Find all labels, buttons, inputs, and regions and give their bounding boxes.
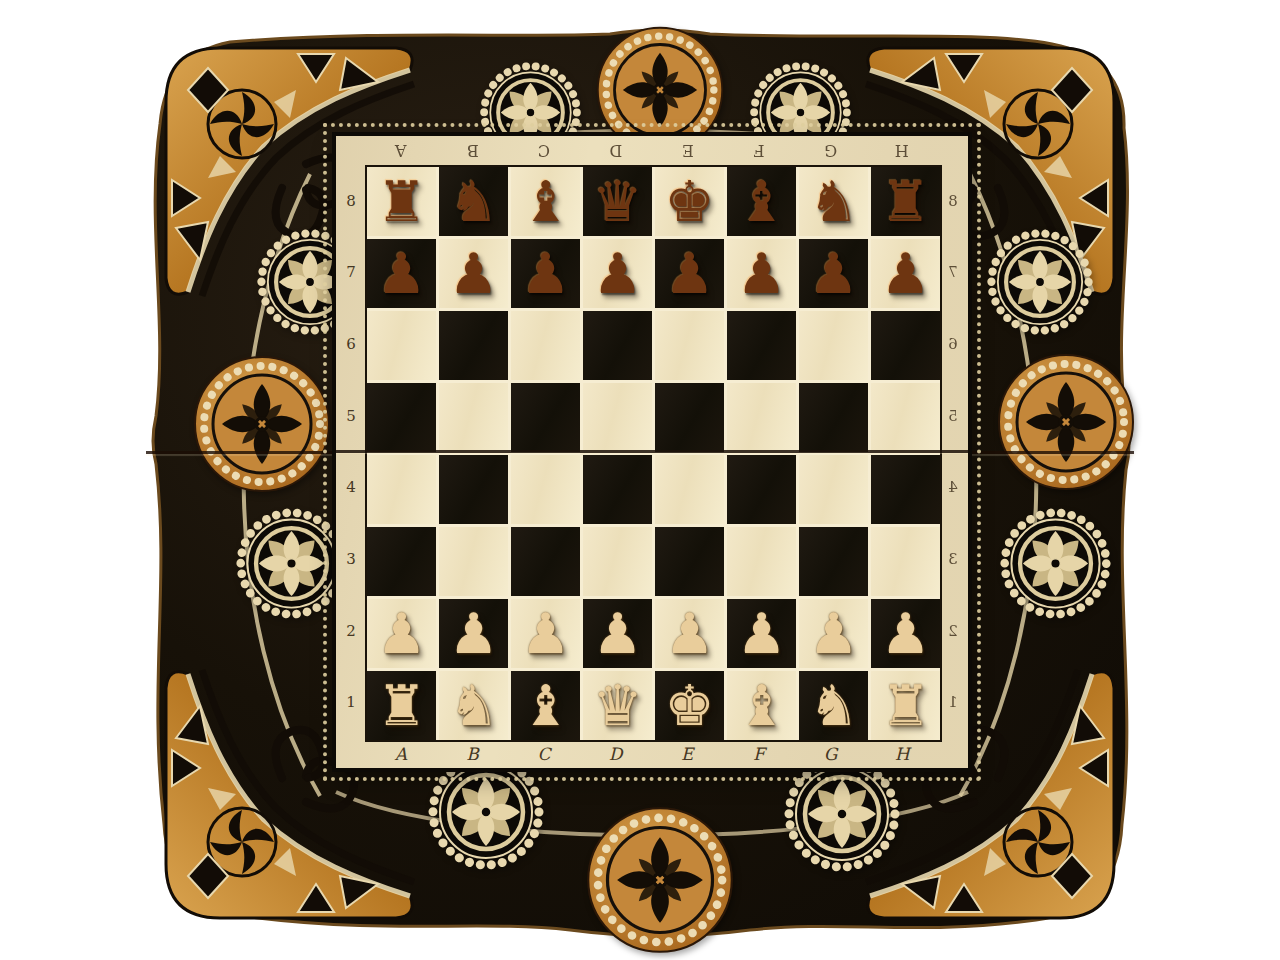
square-e2[interactable]: ♟: [655, 599, 724, 668]
carved-rosette-icon: [998, 506, 1113, 621]
square-h3[interactable]: [871, 527, 940, 596]
square-b8[interactable]: ♞: [439, 167, 508, 236]
square-b2[interactable]: ♟: [439, 599, 508, 668]
piece-black-rook[interactable]: ♜: [880, 174, 930, 230]
piece-white-pawn[interactable]: ♟: [880, 606, 930, 662]
carved-medallion-icon: [192, 354, 332, 494]
coordinate-label: 1: [941, 666, 965, 738]
square-a3[interactable]: [367, 527, 436, 596]
product-photo: ABCDEFGH ABCDEFGH 87654321 87654321 ♜♞♝♛…: [0, 0, 1280, 960]
square-d8[interactable]: ♛: [583, 167, 652, 236]
piece-black-king[interactable]: ♚: [664, 174, 714, 230]
square-h6[interactable]: [871, 311, 940, 380]
coordinate-label: E: [652, 138, 724, 163]
square-g8[interactable]: ♞: [799, 167, 868, 236]
piece-white-rook[interactable]: ♜: [880, 678, 930, 734]
square-h2[interactable]: ♟: [871, 599, 940, 668]
board-frame: ABCDEFGH ABCDEFGH 87654321 87654321 ♜♞♝♛…: [336, 136, 968, 768]
square-f4[interactable]: [727, 455, 796, 524]
square-e5[interactable]: [655, 383, 724, 452]
carved-rosette-icon: [782, 754, 902, 874]
carved-rosette-icon: [234, 506, 349, 621]
square-a8[interactable]: ♜: [367, 167, 436, 236]
square-d4[interactable]: [583, 455, 652, 524]
square-g3[interactable]: [799, 527, 868, 596]
square-e8[interactable]: ♚: [655, 167, 724, 236]
coordinate-label: 3: [339, 523, 363, 595]
coordinate-label: D: [580, 138, 652, 163]
coordinate-label: F: [723, 741, 795, 766]
piece-black-pawn[interactable]: ♟: [736, 246, 786, 302]
piece-black-bishop[interactable]: ♝: [736, 174, 786, 230]
piece-black-pawn[interactable]: ♟: [592, 246, 642, 302]
file-labels-top: ABCDEFGH: [365, 138, 938, 163]
square-c3[interactable]: [511, 527, 580, 596]
piece-black-pawn[interactable]: ♟: [880, 246, 930, 302]
carved-medallion-icon: [996, 352, 1136, 492]
square-f1[interactable]: ♝: [727, 671, 796, 740]
carved-rosette-icon: [426, 752, 546, 872]
coordinate-label: 2: [941, 595, 965, 667]
coordinate-label: 6: [941, 308, 965, 380]
coordinate-label: H: [866, 741, 938, 766]
square-d1[interactable]: ♛: [583, 671, 652, 740]
coordinate-label: 4: [941, 452, 965, 524]
square-b4[interactable]: [439, 455, 508, 524]
square-g1[interactable]: ♞: [799, 671, 868, 740]
square-e7[interactable]: ♟: [655, 239, 724, 308]
piece-black-pawn[interactable]: ♟: [664, 246, 714, 302]
piece-black-pawn[interactable]: ♟: [808, 246, 858, 302]
piece-white-pawn[interactable]: ♟: [376, 606, 426, 662]
coordinate-label: 6: [339, 308, 363, 380]
square-d2[interactable]: ♟: [583, 599, 652, 668]
square-h4[interactable]: [871, 455, 940, 524]
square-b6[interactable]: [439, 311, 508, 380]
coordinate-label: 5: [941, 380, 965, 452]
coordinate-label: H: [866, 138, 938, 163]
piece-white-bishop[interactable]: ♝: [736, 678, 786, 734]
square-c5[interactable]: [511, 383, 580, 452]
square-f5[interactable]: [727, 383, 796, 452]
piece-white-pawn[interactable]: ♟: [448, 606, 498, 662]
square-a6[interactable]: [367, 311, 436, 380]
square-b1[interactable]: ♞: [439, 671, 508, 740]
square-h1[interactable]: ♜: [871, 671, 940, 740]
coordinate-label: C: [508, 741, 580, 766]
coordinate-label: 1: [339, 666, 363, 738]
square-g4[interactable]: [799, 455, 868, 524]
square-h5[interactable]: [871, 383, 940, 452]
square-d6[interactable]: [583, 311, 652, 380]
square-e6[interactable]: [655, 311, 724, 380]
square-e4[interactable]: [655, 455, 724, 524]
coordinate-label: 8: [941, 165, 965, 237]
coordinate-label: G: [795, 138, 867, 163]
piece-white-pawn[interactable]: ♟: [520, 606, 570, 662]
square-f8[interactable]: ♝: [727, 167, 796, 236]
coordinate-label: E: [652, 741, 724, 766]
square-c6[interactable]: [511, 311, 580, 380]
fold-seam: [336, 450, 968, 453]
carved-medallion-icon: [585, 805, 735, 955]
square-f2[interactable]: ♟: [727, 599, 796, 668]
square-a7[interactable]: ♟: [367, 239, 436, 308]
square-d3[interactable]: [583, 527, 652, 596]
square-d5[interactable]: [583, 383, 652, 452]
piece-white-queen[interactable]: ♛: [592, 678, 642, 734]
square-a1[interactable]: ♜: [367, 671, 436, 740]
coordinate-label: 4: [339, 452, 363, 524]
piece-black-rook[interactable]: ♜: [376, 174, 426, 230]
square-c8[interactable]: ♝: [511, 167, 580, 236]
coordinate-label: 3: [941, 523, 965, 595]
coordinate-label: B: [437, 138, 509, 163]
square-d7[interactable]: ♟: [583, 239, 652, 308]
square-c2[interactable]: ♟: [511, 599, 580, 668]
coordinate-label: 7: [941, 237, 965, 309]
square-c1[interactable]: ♝: [511, 671, 580, 740]
square-a5[interactable]: [367, 383, 436, 452]
piece-white-pawn[interactable]: ♟: [736, 606, 786, 662]
square-b7[interactable]: ♟: [439, 239, 508, 308]
square-f3[interactable]: [727, 527, 796, 596]
piece-black-pawn[interactable]: ♟: [448, 246, 498, 302]
coordinate-label: G: [795, 741, 867, 766]
square-b5[interactable]: [439, 383, 508, 452]
square-c4[interactable]: [511, 455, 580, 524]
square-e3[interactable]: [655, 527, 724, 596]
piece-black-queen[interactable]: ♛: [592, 174, 642, 230]
square-h8[interactable]: ♜: [871, 167, 940, 236]
carved-rosette-icon: [985, 227, 1095, 337]
piece-black-bishop[interactable]: ♝: [520, 174, 570, 230]
square-g2[interactable]: ♟: [799, 599, 868, 668]
piece-white-bishop[interactable]: ♝: [520, 678, 570, 734]
square-c7[interactable]: ♟: [511, 239, 580, 308]
piece-white-knight[interactable]: ♞: [808, 678, 858, 734]
square-a2[interactable]: ♟: [367, 599, 436, 668]
chess-board[interactable]: ABCDEFGH ABCDEFGH 87654321 87654321 ♜♞♝♛…: [336, 136, 968, 768]
piece-white-knight[interactable]: ♞: [448, 678, 498, 734]
piece-white-pawn[interactable]: ♟: [808, 606, 858, 662]
square-b3[interactable]: [439, 527, 508, 596]
piece-white-pawn[interactable]: ♟: [592, 606, 642, 662]
piece-black-pawn[interactable]: ♟: [520, 246, 570, 302]
square-f7[interactable]: ♟: [727, 239, 796, 308]
coordinate-label: C: [508, 138, 580, 163]
coordinate-label: B: [437, 741, 509, 766]
coordinate-label: A: [365, 741, 437, 766]
coordinate-label: 2: [339, 595, 363, 667]
board-grid[interactable]: ♜♞♝♛♚♝♞♜♟♟♟♟♟♟♟♟♟♟♟♟♟♟♟♟♜♞♝♛♚♝♞♜: [365, 165, 942, 742]
piece-black-pawn[interactable]: ♟: [376, 246, 426, 302]
coordinate-label: 7: [339, 237, 363, 309]
piece-white-rook[interactable]: ♜: [376, 678, 426, 734]
square-g7[interactable]: ♟: [799, 239, 868, 308]
coordinate-label: 8: [339, 165, 363, 237]
square-a4[interactable]: [367, 455, 436, 524]
square-e1[interactable]: ♚: [655, 671, 724, 740]
coordinate-label: 5: [339, 380, 363, 452]
square-f6[interactable]: [727, 311, 796, 380]
square-g5[interactable]: [799, 383, 868, 452]
piece-black-knight[interactable]: ♞: [808, 174, 858, 230]
file-labels-bottom: ABCDEFGH: [365, 741, 938, 766]
carved-chess-box: ABCDEFGH ABCDEFGH 87654321 87654321 ♜♞♝♛…: [140, 24, 1140, 942]
coordinate-label: F: [723, 138, 795, 163]
square-h7[interactable]: ♟: [871, 239, 940, 308]
piece-white-king[interactable]: ♚: [664, 678, 714, 734]
coordinate-label: A: [365, 138, 437, 163]
coordinate-label: D: [580, 741, 652, 766]
piece-white-pawn[interactable]: ♟: [664, 606, 714, 662]
piece-black-knight[interactable]: ♞: [448, 174, 498, 230]
square-g6[interactable]: [799, 311, 868, 380]
